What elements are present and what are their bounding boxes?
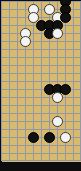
go-board[interactable] [0, 0, 81, 171]
black-stone[interactable] [28, 132, 39, 143]
white-stone[interactable] [52, 116, 63, 127]
white-stone[interactable] [52, 92, 63, 103]
white-stone[interactable] [20, 36, 31, 47]
board-frame-bottom [0, 162, 81, 171]
white-stone[interactable] [60, 132, 71, 143]
white-stone[interactable] [52, 28, 63, 39]
stones-layer [0, 0, 81, 162]
black-stone[interactable] [44, 132, 55, 143]
